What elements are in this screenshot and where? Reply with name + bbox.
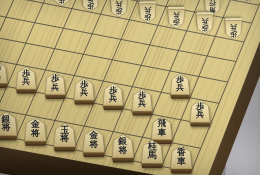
svg-text:兵: 兵 (195, 109, 204, 119)
svg-text:行: 行 (209, 0, 217, 7)
svg-text:兵: 兵 (144, 6, 152, 15)
svg-text:歩: 歩 (58, 0, 66, 5)
svg-text:将: 将 (1, 122, 11, 132)
svg-text:兵: 兵 (108, 93, 117, 103)
svg-text:車: 車 (177, 156, 186, 166)
svg-text:香: 香 (244, 0, 252, 1)
svg-text:兵: 兵 (0, 71, 1, 81)
shogi-board: 香車桂馬銀将金将王将金将銀将桂馬香車飛車角行歩兵歩兵歩兵歩兵歩兵歩兵歩兵歩兵歩兵… (0, 0, 260, 175)
svg-text:車: 車 (158, 127, 167, 137)
svg-text:将: 将 (118, 145, 128, 155)
svg-text:兵: 兵 (201, 17, 209, 26)
svg-text:兵: 兵 (176, 83, 184, 92)
svg-text:兵: 兵 (230, 23, 238, 32)
shogi-board-photo: 香車桂馬銀将金将王将金将銀将桂馬香車飛車角行歩兵歩兵歩兵歩兵歩兵歩兵歩兵歩兵歩兵… (0, 0, 260, 175)
board-stage: 香車桂馬銀将金将王将金将銀将桂馬香車飛車角行歩兵歩兵歩兵歩兵歩兵歩兵歩兵歩兵歩兵… (0, 0, 260, 175)
svg-text:兵: 兵 (79, 87, 88, 97)
svg-text:兵: 兵 (137, 98, 146, 108)
svg-text:兵: 兵 (116, 0, 124, 9)
svg-text:馬: 馬 (147, 150, 157, 160)
svg-text:将: 将 (88, 139, 98, 149)
svg-text:将: 将 (30, 128, 40, 138)
svg-text:将: 将 (59, 133, 69, 143)
svg-text:兵: 兵 (50, 82, 59, 92)
svg-text:兵: 兵 (173, 11, 181, 20)
svg-text:兵: 兵 (21, 76, 30, 86)
svg-text:兵: 兵 (87, 0, 95, 4)
